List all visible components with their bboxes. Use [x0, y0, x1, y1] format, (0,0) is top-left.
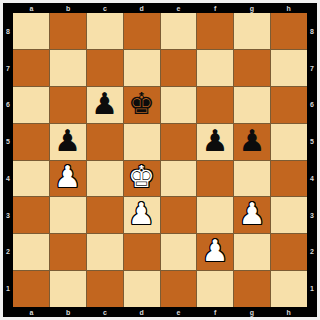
square-a1[interactable]	[13, 271, 49, 307]
square-e8[interactable]	[161, 13, 197, 49]
square-g2[interactable]	[234, 234, 270, 270]
rank-label: 8	[3, 13, 13, 50]
white-pawn[interactable]: ♟	[54, 162, 81, 192]
square-b2[interactable]	[50, 234, 86, 270]
file-label: a	[13, 307, 50, 317]
square-g8[interactable]	[234, 13, 270, 49]
rank-label: 8	[307, 13, 317, 50]
black-king[interactable]: ♚	[128, 89, 155, 119]
square-e6[interactable]	[161, 87, 197, 123]
file-label: c	[87, 307, 124, 317]
square-e3[interactable]	[161, 197, 197, 233]
white-king[interactable]: ♚	[128, 162, 155, 192]
square-a7[interactable]	[13, 50, 49, 86]
square-g7[interactable]	[234, 50, 270, 86]
rank-label: 5	[307, 123, 317, 160]
square-a2[interactable]	[13, 234, 49, 270]
file-label: h	[270, 307, 307, 317]
rank-label: 2	[3, 234, 13, 271]
square-e2[interactable]	[161, 234, 197, 270]
ranks-left: 87654321	[3, 13, 13, 307]
files-top: abcdefgh	[13, 3, 307, 13]
square-h4[interactable]	[271, 161, 307, 197]
rank-label: 3	[3, 197, 13, 234]
file-label: g	[234, 3, 271, 13]
square-a6[interactable]	[13, 87, 49, 123]
square-b3[interactable]	[50, 197, 86, 233]
square-c1[interactable]	[87, 271, 123, 307]
square-f7[interactable]	[197, 50, 233, 86]
square-c8[interactable]	[87, 13, 123, 49]
rank-label: 4	[3, 160, 13, 197]
square-f5[interactable]: ♟	[197, 124, 233, 160]
square-b4[interactable]: ♟	[50, 161, 86, 197]
square-a5[interactable]	[13, 124, 49, 160]
rank-label: 7	[307, 50, 317, 87]
file-label: b	[50, 307, 87, 317]
square-g5[interactable]: ♟	[234, 124, 270, 160]
square-d8[interactable]	[124, 13, 160, 49]
square-c2[interactable]	[87, 234, 123, 270]
square-h3[interactable]	[271, 197, 307, 233]
file-label: a	[13, 3, 50, 13]
square-d3[interactable]: ♟	[124, 197, 160, 233]
square-c3[interactable]	[87, 197, 123, 233]
rank-label: 3	[307, 197, 317, 234]
rank-label: 6	[307, 87, 317, 124]
file-label: e	[160, 307, 197, 317]
square-g1[interactable]	[234, 271, 270, 307]
black-pawn[interactable]: ♟	[239, 126, 266, 156]
square-b8[interactable]	[50, 13, 86, 49]
square-c5[interactable]	[87, 124, 123, 160]
black-pawn[interactable]: ♟	[54, 126, 81, 156]
square-d7[interactable]	[124, 50, 160, 86]
square-e1[interactable]	[161, 271, 197, 307]
file-label: e	[160, 3, 197, 13]
files-bottom: abcdefgh	[13, 307, 307, 317]
square-f3[interactable]	[197, 197, 233, 233]
rank-label: 7	[3, 50, 13, 87]
square-h2[interactable]	[271, 234, 307, 270]
square-e5[interactable]	[161, 124, 197, 160]
chess-diagram: abcdefgh abcdefgh 87654321 87654321 ♟♚♟♟…	[0, 0, 320, 320]
file-label: d	[123, 3, 160, 13]
square-f4[interactable]	[197, 161, 233, 197]
square-e7[interactable]	[161, 50, 197, 86]
square-d5[interactable]	[124, 124, 160, 160]
square-h6[interactable]	[271, 87, 307, 123]
square-h1[interactable]	[271, 271, 307, 307]
square-a3[interactable]	[13, 197, 49, 233]
file-label: b	[50, 3, 87, 13]
rank-label: 6	[3, 87, 13, 124]
square-b6[interactable]	[50, 87, 86, 123]
square-g3[interactable]: ♟	[234, 197, 270, 233]
board: ♟♚♟♟♟♟♚♟♟♟	[13, 13, 307, 307]
square-d4[interactable]: ♚	[124, 161, 160, 197]
black-pawn[interactable]: ♟	[91, 89, 118, 119]
file-label: h	[270, 3, 307, 13]
square-a4[interactable]	[13, 161, 49, 197]
square-f6[interactable]	[197, 87, 233, 123]
square-g6[interactable]	[234, 87, 270, 123]
square-g4[interactable]	[234, 161, 270, 197]
square-e4[interactable]	[161, 161, 197, 197]
square-h7[interactable]	[271, 50, 307, 86]
square-d6[interactable]: ♚	[124, 87, 160, 123]
square-c7[interactable]	[87, 50, 123, 86]
square-b1[interactable]	[50, 271, 86, 307]
rank-label: 1	[3, 270, 13, 307]
square-f1[interactable]	[197, 271, 233, 307]
file-label: f	[197, 307, 234, 317]
file-label: g	[234, 307, 271, 317]
square-b7[interactable]	[50, 50, 86, 86]
square-f2[interactable]: ♟	[197, 234, 233, 270]
file-label: d	[123, 307, 160, 317]
white-pawn[interactable]: ♟	[128, 199, 155, 229]
rank-label: 2	[307, 234, 317, 271]
square-d2[interactable]	[124, 234, 160, 270]
square-h5[interactable]	[271, 124, 307, 160]
square-c6[interactable]: ♟	[87, 87, 123, 123]
file-label: c	[87, 3, 124, 13]
file-label: f	[197, 3, 234, 13]
square-b5[interactable]: ♟	[50, 124, 86, 160]
square-c4[interactable]	[87, 161, 123, 197]
ranks-right: 87654321	[307, 13, 317, 307]
rank-label: 5	[3, 123, 13, 160]
rank-label: 4	[307, 160, 317, 197]
black-pawn[interactable]: ♟	[202, 126, 229, 156]
square-h8[interactable]	[271, 13, 307, 49]
white-pawn[interactable]: ♟	[202, 236, 229, 266]
square-f8[interactable]	[197, 13, 233, 49]
square-a8[interactable]	[13, 13, 49, 49]
rank-label: 1	[307, 270, 317, 307]
square-d1[interactable]	[124, 271, 160, 307]
white-pawn[interactable]: ♟	[239, 199, 266, 229]
